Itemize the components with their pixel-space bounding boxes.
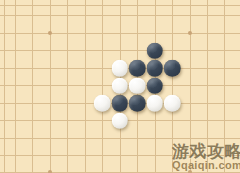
stone-black bbox=[146, 60, 163, 77]
stone-black bbox=[111, 95, 128, 112]
stone-white bbox=[111, 113, 128, 130]
grid-line bbox=[15, 0, 16, 173]
star-point bbox=[48, 31, 52, 35]
grid-line bbox=[0, 138, 240, 139]
stone-white bbox=[111, 78, 128, 95]
watermark-title: 游戏攻略 bbox=[172, 143, 240, 161]
grid-line bbox=[224, 0, 225, 173]
grid-line bbox=[85, 0, 86, 173]
stone-white bbox=[146, 95, 163, 112]
grid-line bbox=[102, 0, 103, 173]
grid-line bbox=[207, 0, 208, 173]
stone-white bbox=[94, 95, 111, 112]
stone-black bbox=[146, 43, 163, 60]
watermark: 游戏攻略 Qqaiqin.com bbox=[172, 143, 240, 172]
grid-line bbox=[190, 0, 191, 173]
grid-line bbox=[67, 0, 68, 173]
grid-line bbox=[0, 15, 240, 16]
grid-line bbox=[0, 33, 240, 34]
stone-white bbox=[129, 78, 146, 95]
grid-line bbox=[0, 155, 240, 156]
star-point bbox=[188, 170, 192, 173]
stone-white bbox=[111, 60, 128, 77]
grid-line bbox=[50, 0, 51, 173]
watermark-url: Qqaiqin.com bbox=[172, 160, 240, 172]
grid-line bbox=[0, 5, 240, 6]
stone-black bbox=[129, 60, 146, 77]
grid-line bbox=[32, 0, 33, 173]
star-point bbox=[188, 31, 192, 35]
star-point bbox=[48, 170, 52, 173]
gomoku-board[interactable]: 游戏攻略 Qqaiqin.com bbox=[0, 0, 240, 173]
stone-black bbox=[146, 78, 163, 95]
stone-white bbox=[164, 95, 181, 112]
stone-black bbox=[164, 60, 181, 77]
grid-line bbox=[4, 0, 5, 173]
grid-line bbox=[172, 0, 173, 173]
stone-black bbox=[129, 95, 146, 112]
grid-line bbox=[0, 50, 240, 51]
grid-line bbox=[0, 172, 240, 173]
